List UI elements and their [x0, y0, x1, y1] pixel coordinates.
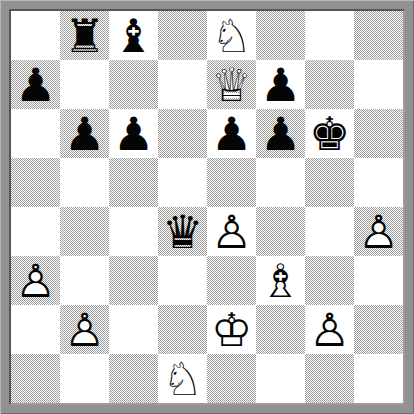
square-g6[interactable]: ♚: [305, 109, 354, 158]
square-b4[interactable]: [60, 207, 109, 256]
square-a4[interactable]: [11, 207, 60, 256]
square-d8[interactable]: [158, 11, 207, 60]
square-c1[interactable]: [109, 354, 158, 403]
piece-glyph: ♝: [109, 11, 158, 60]
square-b5[interactable]: [60, 158, 109, 207]
piece-outline-layer: ♘: [158, 354, 207, 403]
square-g7[interactable]: [305, 60, 354, 109]
piece-outline-layer: ♗: [256, 256, 305, 305]
square-a6[interactable]: [11, 109, 60, 158]
square-e5[interactable]: [207, 158, 256, 207]
piece-outline-layer: ♙: [60, 305, 109, 354]
square-a5[interactable]: [11, 158, 60, 207]
square-a1[interactable]: [11, 354, 60, 403]
square-g2[interactable]: ♟♙: [305, 305, 354, 354]
piece-black-bishop[interactable]: ♝: [109, 11, 158, 60]
square-e8[interactable]: ♞♘: [207, 11, 256, 60]
square-f1[interactable]: [256, 354, 305, 403]
chess-board: ♜♝♞♘♟♛♕♟♟♟♟♟♚♛♟♙♟♙♟♙♝♗♟♙♚♔♟♙♞♘: [11, 11, 403, 403]
piece-black-pawn[interactable]: ♟: [11, 60, 60, 109]
piece-outline-layer: ♙: [11, 256, 60, 305]
square-h1[interactable]: [354, 354, 403, 403]
square-b1[interactable]: [60, 354, 109, 403]
square-g4[interactable]: [305, 207, 354, 256]
square-b7[interactable]: [60, 60, 109, 109]
piece-outline-layer: ♙: [354, 207, 403, 256]
square-f3[interactable]: ♝♗: [256, 256, 305, 305]
piece-outline-layer: ♙: [207, 207, 256, 256]
square-d4[interactable]: ♛: [158, 207, 207, 256]
piece-outline-layer: ♕: [207, 60, 256, 109]
square-b3[interactable]: [60, 256, 109, 305]
square-h6[interactable]: [354, 109, 403, 158]
square-g1[interactable]: [305, 354, 354, 403]
piece-black-pawn[interactable]: ♟: [256, 109, 305, 158]
square-h2[interactable]: [354, 305, 403, 354]
square-c3[interactable]: [109, 256, 158, 305]
piece-glyph: ♛: [158, 207, 207, 256]
square-f5[interactable]: [256, 158, 305, 207]
piece-glyph: ♟: [60, 109, 109, 158]
piece-white-queen[interactable]: ♛♕: [207, 60, 256, 109]
square-f7[interactable]: ♟: [256, 60, 305, 109]
piece-white-pawn[interactable]: ♟♙: [11, 256, 60, 305]
square-h7[interactable]: [354, 60, 403, 109]
square-a2[interactable]: [11, 305, 60, 354]
piece-glyph: ♟: [256, 60, 305, 109]
square-e2[interactable]: ♚♔: [207, 305, 256, 354]
piece-white-pawn[interactable]: ♟♙: [207, 207, 256, 256]
square-d3[interactable]: [158, 256, 207, 305]
square-g5[interactable]: [305, 158, 354, 207]
square-c2[interactable]: [109, 305, 158, 354]
square-d2[interactable]: [158, 305, 207, 354]
piece-black-pawn[interactable]: ♟: [60, 109, 109, 158]
piece-glyph: ♟: [109, 109, 158, 158]
square-c8[interactable]: ♝: [109, 11, 158, 60]
piece-black-pawn[interactable]: ♟: [256, 60, 305, 109]
square-e6[interactable]: ♟: [207, 109, 256, 158]
square-b6[interactable]: ♟: [60, 109, 109, 158]
piece-white-bishop[interactable]: ♝♗: [256, 256, 305, 305]
piece-white-king[interactable]: ♚♔: [207, 305, 256, 354]
piece-outline-layer: ♘: [207, 11, 256, 60]
square-e1[interactable]: [207, 354, 256, 403]
square-a8[interactable]: [11, 11, 60, 60]
piece-white-pawn[interactable]: ♟♙: [354, 207, 403, 256]
piece-outline-layer: ♔: [207, 305, 256, 354]
piece-black-queen[interactable]: ♛: [158, 207, 207, 256]
square-a7[interactable]: ♟: [11, 60, 60, 109]
piece-outline-layer: ♙: [305, 305, 354, 354]
square-f4[interactable]: [256, 207, 305, 256]
square-f2[interactable]: [256, 305, 305, 354]
piece-white-pawn[interactable]: ♟♙: [60, 305, 109, 354]
piece-black-pawn[interactable]: ♟: [109, 109, 158, 158]
piece-black-rook[interactable]: ♜: [60, 11, 109, 60]
square-c6[interactable]: ♟: [109, 109, 158, 158]
square-h5[interactable]: [354, 158, 403, 207]
square-g3[interactable]: [305, 256, 354, 305]
piece-white-knight[interactable]: ♞♘: [158, 354, 207, 403]
piece-glyph: ♚: [305, 109, 354, 158]
piece-glyph: ♟: [207, 109, 256, 158]
piece-glyph: ♟: [256, 109, 305, 158]
square-c5[interactable]: [109, 158, 158, 207]
square-a3[interactable]: ♟♙: [11, 256, 60, 305]
square-d1[interactable]: ♞♘: [158, 354, 207, 403]
square-h3[interactable]: [354, 256, 403, 305]
square-f6[interactable]: ♟: [256, 109, 305, 158]
square-g8[interactable]: [305, 11, 354, 60]
square-d6[interactable]: [158, 109, 207, 158]
piece-black-pawn[interactable]: ♟: [207, 109, 256, 158]
piece-black-king[interactable]: ♚: [305, 109, 354, 158]
square-f8[interactable]: [256, 11, 305, 60]
piece-glyph: ♟: [11, 60, 60, 109]
square-b2[interactable]: ♟♙: [60, 305, 109, 354]
square-c4[interactable]: [109, 207, 158, 256]
square-e3[interactable]: [207, 256, 256, 305]
board-bevel: ♜♝♞♘♟♛♕♟♟♟♟♟♚♛♟♙♟♙♟♙♝♗♟♙♚♔♟♙♞♘: [9, 9, 405, 405]
square-h4[interactable]: ♟♙: [354, 207, 403, 256]
square-c7[interactable]: [109, 60, 158, 109]
square-h8[interactable]: [354, 11, 403, 60]
square-d5[interactable]: [158, 158, 207, 207]
square-e7[interactable]: ♛♕: [207, 60, 256, 109]
piece-white-pawn[interactable]: ♟♙: [305, 305, 354, 354]
piece-white-knight[interactable]: ♞♘: [207, 11, 256, 60]
square-e4[interactable]: ♟♙: [207, 207, 256, 256]
chess-board-frame: ♜♝♞♘♟♛♕♟♟♟♟♟♚♛♟♙♟♙♟♙♝♗♟♙♚♔♟♙♞♘: [0, 0, 414, 414]
square-b8[interactable]: ♜: [60, 11, 109, 60]
square-d7[interactable]: [158, 60, 207, 109]
piece-glyph: ♜: [60, 11, 109, 60]
